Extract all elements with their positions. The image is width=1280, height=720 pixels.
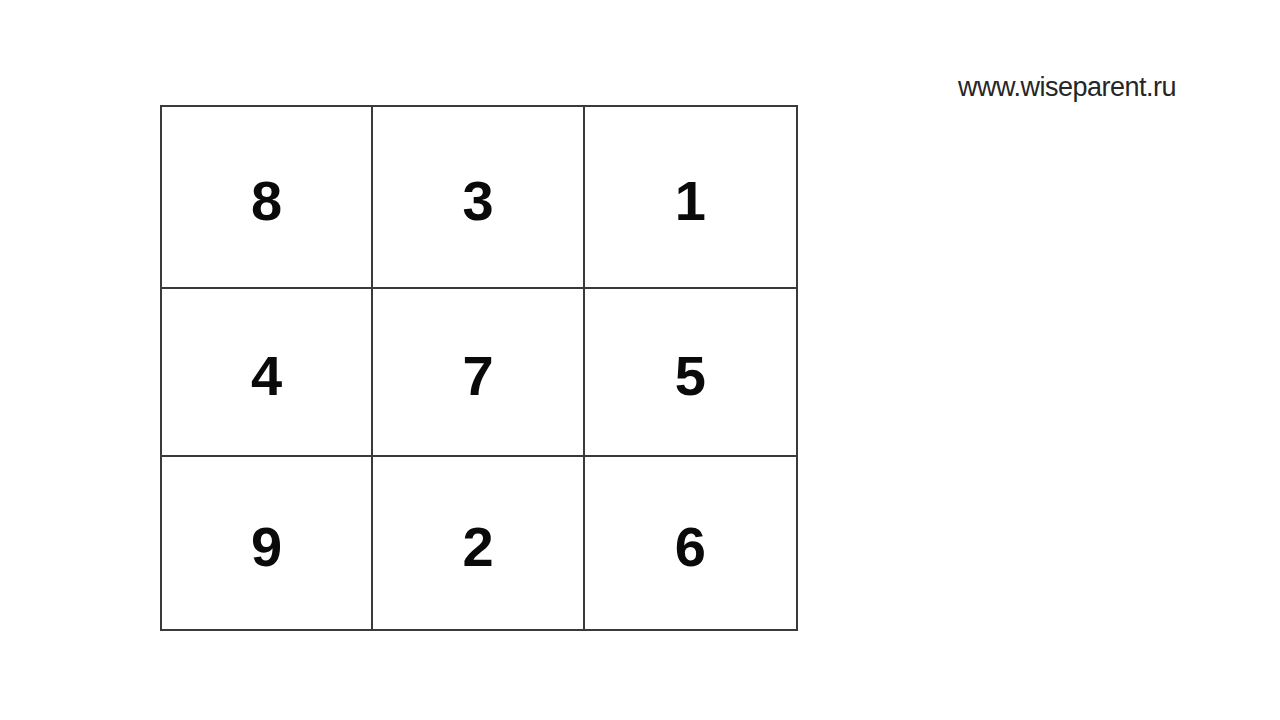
grid-cell-r2c1[interactable]: 4 — [162, 289, 373, 458]
cell-digit: 2 — [462, 519, 493, 575]
cell-digit: 4 — [251, 348, 282, 404]
number-grid-board: 8 3 1 4 7 5 9 2 6 — [160, 105, 798, 631]
grid-cell-r3c1[interactable]: 9 — [162, 457, 373, 629]
cell-digit: 1 — [675, 173, 706, 229]
grid-cell-r1c1[interactable]: 8 — [162, 107, 373, 289]
cell-digit: 7 — [462, 348, 493, 404]
cell-digit: 3 — [462, 173, 493, 229]
grid-cell-r1c2[interactable]: 3 — [373, 107, 584, 289]
cell-digit: 9 — [251, 519, 282, 575]
cell-digit: 6 — [675, 519, 706, 575]
cell-digit: 5 — [675, 348, 706, 404]
watermark-url: www.wiseparent.ru — [958, 72, 1172, 103]
grid-cell-r3c2[interactable]: 2 — [373, 457, 584, 629]
grid-cell-r3c3[interactable]: 6 — [585, 457, 796, 629]
worksheet-page: www.wiseparent.ru 8 3 1 4 7 5 9 2 6 — [0, 0, 1280, 720]
cell-digit: 8 — [251, 173, 282, 229]
grid-cell-r1c3[interactable]: 1 — [585, 107, 796, 289]
grid-cell-r2c3[interactable]: 5 — [585, 289, 796, 458]
grid-cell-r2c2[interactable]: 7 — [373, 289, 584, 458]
